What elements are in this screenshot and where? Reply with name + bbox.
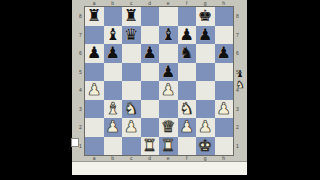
square-b6[interactable]: ♟ [104,44,123,63]
square-h3[interactable]: ♟ [215,100,234,119]
square-a5[interactable] [85,63,104,82]
material-difference-display: ♝ ♞ [233,68,247,90]
square-g2[interactable]: ♟ [196,118,215,137]
chessboard-panel: abcdefgh abcdefgh 87654321 87654321 ♜♜♚♝… [72,0,247,161]
square-a7[interactable] [85,26,104,45]
letterbox-right [247,0,320,180]
rank-label-right-3: 3 [234,100,241,119]
white-pawn-g2[interactable]: ♟ [196,118,215,137]
square-e7[interactable]: ♝ [159,26,178,45]
square-d8[interactable] [141,7,160,26]
black-bishop-icon: ♝ [236,68,245,79]
square-b2[interactable]: ♟ [104,118,123,137]
rank-label-left-4: 4 [77,81,84,100]
square-f7[interactable]: ♟ [178,26,197,45]
black-knight-f6[interactable]: ♞ [178,44,197,63]
square-c4[interactable] [122,81,141,100]
square-c8[interactable]: ♜ [122,7,141,26]
file-label-top-e: e [159,0,178,7]
square-h7[interactable] [215,26,234,45]
square-c3[interactable]: ♞ [122,100,141,119]
file-label-top-h: h [215,0,234,7]
black-pawn-h6[interactable]: ♟ [215,44,234,63]
black-pawn-g7[interactable]: ♟ [196,26,215,45]
square-a4[interactable]: ♟ [85,81,104,100]
square-f2[interactable]: ♟ [178,118,197,137]
game-caption-bar: Parligras, Mircea Emilian (2430) - Iones… [72,161,247,175]
rank-label-left-3: 3 [77,100,84,119]
black-pawn-d6[interactable]: ♟ [141,44,160,63]
white-knight-f3[interactable]: ♞ [178,100,197,119]
black-bishop-e7[interactable]: ♝ [159,26,178,45]
white-queen-e2[interactable]: ♛ [159,118,178,137]
rank-label-right-1: 1 [234,137,241,156]
square-d5[interactable] [141,63,160,82]
square-h1[interactable] [215,137,234,156]
square-b3[interactable]: ♝ [104,100,123,119]
square-h4[interactable] [215,81,234,100]
white-king-g1[interactable]: ♚ [196,137,215,156]
white-knight-icon: ♞ [236,79,245,90]
square-e1[interactable]: ♜ [159,137,178,156]
black-pawn-b6[interactable]: ♟ [104,44,123,63]
white-pawn-h3[interactable]: ♟ [215,100,234,119]
square-g4[interactable] [196,81,215,100]
rank-label-left-7: 7 [77,26,84,45]
rank-label-right-8: 8 [234,7,241,26]
square-e5[interactable]: ♟ [159,63,178,82]
square-a3[interactable] [85,100,104,119]
rank-label-right-2: 2 [234,118,241,137]
square-c5[interactable] [122,63,141,82]
white-bishop-b3[interactable]: ♝ [104,100,123,119]
square-h2[interactable] [215,118,234,137]
white-pawn-c2[interactable]: ♟ [122,118,141,137]
square-a2[interactable] [85,118,104,137]
square-e4[interactable]: ♟ [159,81,178,100]
square-f6[interactable]: ♞ [178,44,197,63]
square-g5[interactable] [196,63,215,82]
square-d3[interactable] [141,100,160,119]
square-f1[interactable] [178,137,197,156]
rank-label-right-6: 6 [234,44,241,63]
square-f8[interactable] [178,7,197,26]
square-h6[interactable]: ♟ [215,44,234,63]
black-rook-a8[interactable]: ♜ [85,7,104,26]
rank-label-left-5: 5 [77,63,84,82]
square-c1[interactable] [122,137,141,156]
rank-label-left-8: 8 [77,7,84,26]
square-f3[interactable]: ♞ [178,100,197,119]
white-pawn-e4[interactable]: ♟ [159,81,178,100]
black-pawn-e5[interactable]: ♟ [159,63,178,82]
square-g7[interactable]: ♟ [196,26,215,45]
square-e6[interactable] [159,44,178,63]
square-h8[interactable] [215,7,234,26]
square-d7[interactable] [141,26,160,45]
square-g6[interactable] [196,44,215,63]
white-rook-d1[interactable]: ♜ [141,137,160,156]
square-g3[interactable] [196,100,215,119]
white-knight-c3[interactable]: ♞ [122,100,141,119]
black-rook-c8[interactable]: ♜ [122,7,141,26]
black-pawn-f7[interactable]: ♟ [178,26,197,45]
letterbox-left [0,0,72,180]
square-b8[interactable] [104,7,123,26]
square-d2[interactable] [141,118,160,137]
square-d1[interactable]: ♜ [141,137,160,156]
square-e3[interactable] [159,100,178,119]
rank-label-left-2: 2 [77,118,84,137]
black-king-g8[interactable]: ♚ [196,7,215,26]
square-g1[interactable]: ♚ [196,137,215,156]
file-label-top-f: f [178,0,197,7]
file-label-top-a: a [85,0,104,7]
white-pawn-a4[interactable]: ♟ [85,81,104,100]
square-g8[interactable]: ♚ [196,7,215,26]
rank-label-right-7: 7 [234,26,241,45]
square-e2[interactable]: ♛ [159,118,178,137]
square-a1[interactable] [85,137,104,156]
black-bishop-b7[interactable]: ♝ [104,26,123,45]
square-h5[interactable] [215,63,234,82]
file-label-top-g: g [196,0,215,7]
black-pawn-a6[interactable]: ♟ [85,44,104,63]
square-c7[interactable]: ♛ [122,26,141,45]
file-label-top-b: b [104,0,123,7]
square-f5[interactable] [178,63,197,82]
white-rook-e1[interactable]: ♜ [159,137,178,156]
rank-label-left-6: 6 [77,44,84,63]
white-to-move-indicator [71,138,79,147]
square-c2[interactable]: ♟ [122,118,141,137]
square-b7[interactable]: ♝ [104,26,123,45]
file-labels-top: abcdefgh [85,0,233,7]
square-a6[interactable]: ♟ [85,44,104,63]
square-d6[interactable]: ♟ [141,44,160,63]
rank-labels-left: 87654321 [77,7,84,155]
chess-board[interactable]: ♜♜♚♝♛♝♟♟♟♟♟♞♟♟♟♟♝♞♞♟♟♟♛♟♟♜♜♚ [85,7,233,155]
square-f4[interactable] [178,81,197,100]
square-b1[interactable] [104,137,123,156]
file-label-top-c: c [122,0,141,7]
square-d4[interactable] [141,81,160,100]
white-pawn-b2[interactable]: ♟ [104,118,123,137]
square-b4[interactable] [104,81,123,100]
black-queen-c7[interactable]: ♛ [122,26,141,45]
square-a8[interactable]: ♜ [85,7,104,26]
file-label-top-d: d [141,0,160,7]
square-e8[interactable] [159,7,178,26]
square-b5[interactable] [104,63,123,82]
square-c6[interactable] [122,44,141,63]
white-pawn-f2[interactable]: ♟ [178,118,197,137]
